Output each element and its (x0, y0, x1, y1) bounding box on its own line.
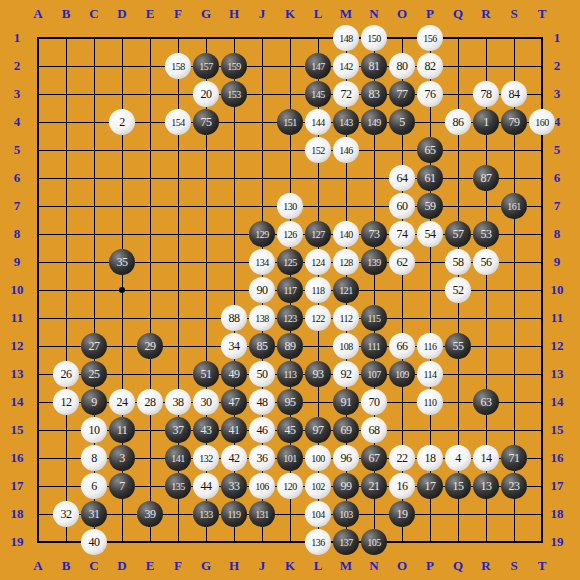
stone-white-116[interactable]: 116 (417, 333, 443, 359)
stone-white-156[interactable]: 156 (417, 25, 443, 51)
stone-black-57[interactable]: 57 (445, 221, 471, 247)
stone-black-117[interactable]: 117 (277, 277, 303, 303)
column-label-bottom: E (136, 558, 164, 574)
stone-white-8[interactable]: 8 (81, 445, 107, 471)
stone-white-34[interactable]: 34 (221, 333, 247, 359)
stone-white-24[interactable]: 24 (109, 389, 135, 415)
stone-black-95[interactable]: 95 (277, 389, 303, 415)
stone-black-85[interactable]: 85 (249, 333, 275, 359)
stone-black-55[interactable]: 55 (445, 333, 471, 359)
stone-white-88[interactable]: 88 (221, 305, 247, 331)
stone-black-71[interactable]: 71 (501, 445, 527, 471)
stone-white-104[interactable]: 104 (305, 501, 331, 527)
stone-white-152[interactable]: 152 (305, 137, 331, 163)
stone-black-19[interactable]: 19 (389, 501, 415, 527)
stone-black-97[interactable]: 97 (305, 417, 331, 443)
stone-white-92[interactable]: 92 (333, 361, 359, 387)
stone-black-99[interactable]: 99 (333, 473, 359, 499)
stone-black-113[interactable]: 113 (277, 361, 303, 387)
row-label-left: 9 (3, 254, 31, 270)
stone-black-119[interactable]: 119 (221, 501, 247, 527)
stone-white-160[interactable]: 160 (529, 109, 555, 135)
row-label-right: 15 (543, 422, 571, 438)
column-label-top: M (332, 6, 360, 22)
row-label-left: 2 (3, 58, 31, 74)
stone-white-16[interactable]: 16 (389, 473, 415, 499)
stone-white-102[interactable]: 102 (305, 473, 331, 499)
column-label-bottom: D (108, 558, 136, 574)
row-label-left: 15 (3, 422, 31, 438)
stone-black-59[interactable]: 59 (417, 193, 443, 219)
stone-black-129[interactable]: 129 (249, 221, 275, 247)
stone-black-15[interactable]: 15 (445, 473, 471, 499)
column-label-bottom: S (500, 558, 528, 574)
stone-black-149[interactable]: 149 (361, 109, 387, 135)
stone-black-139[interactable]: 139 (361, 249, 387, 275)
column-label-top: C (80, 6, 108, 22)
column-label-bottom: M (332, 558, 360, 574)
column-label-bottom: H (220, 558, 248, 574)
stone-black-147[interactable]: 147 (305, 53, 331, 79)
stone-black-109[interactable]: 109 (389, 361, 415, 387)
column-label-bottom: R (472, 558, 500, 574)
column-label-top: A (24, 6, 52, 22)
stone-white-134[interactable]: 134 (249, 249, 275, 275)
stone-white-56[interactable]: 56 (473, 249, 499, 275)
stone-black-123[interactable]: 123 (277, 305, 303, 331)
row-label-left: 12 (3, 338, 31, 354)
stone-white-46[interactable]: 46 (249, 417, 275, 443)
stone-black-145[interactable]: 145 (305, 81, 331, 107)
stone-black-7[interactable]: 7 (109, 473, 135, 499)
stone-white-96[interactable]: 96 (333, 445, 359, 471)
stone-black-151[interactable]: 151 (277, 109, 303, 135)
row-label-left: 3 (3, 86, 31, 102)
row-label-left: 11 (3, 310, 31, 326)
column-label-top: J (248, 6, 276, 22)
column-label-bottom: T (528, 558, 556, 574)
column-label-bottom: F (164, 558, 192, 574)
stone-black-37[interactable]: 37 (165, 417, 191, 443)
row-label-right: 11 (543, 310, 571, 326)
stone-black-107[interactable]: 107 (361, 361, 387, 387)
column-label-top: E (136, 6, 164, 22)
stone-white-74[interactable]: 74 (389, 221, 415, 247)
row-label-right: 2 (543, 58, 571, 74)
stone-white-76[interactable]: 76 (417, 81, 443, 107)
column-label-bottom: L (304, 558, 332, 574)
stone-white-52[interactable]: 52 (445, 277, 471, 303)
stone-white-122[interactable]: 122 (305, 305, 331, 331)
stone-white-20[interactable]: 20 (193, 81, 219, 107)
stone-white-124[interactable]: 124 (305, 249, 331, 275)
row-label-left: 4 (3, 114, 31, 130)
stone-black-45[interactable]: 45 (277, 417, 303, 443)
stone-white-32[interactable]: 32 (53, 501, 79, 527)
column-label-top: B (52, 6, 80, 22)
stone-black-79[interactable]: 79 (501, 109, 527, 135)
stone-black-115[interactable]: 115 (361, 305, 387, 331)
column-label-bottom: J (248, 558, 276, 574)
stone-black-41[interactable]: 41 (221, 417, 247, 443)
row-label-right: 19 (543, 534, 571, 550)
stone-white-90[interactable]: 90 (249, 277, 275, 303)
stone-white-26[interactable]: 26 (53, 361, 79, 387)
row-label-right: 3 (543, 86, 571, 102)
row-label-right: 18 (543, 506, 571, 522)
stone-black-101[interactable]: 101 (277, 445, 303, 471)
row-label-right: 1 (543, 30, 571, 46)
stone-black-25[interactable]: 25 (81, 361, 107, 387)
column-label-bottom: C (80, 558, 108, 574)
stone-black-133[interactable]: 133 (193, 501, 219, 527)
stone-black-81[interactable]: 81 (361, 53, 387, 79)
stone-black-127[interactable]: 127 (305, 221, 331, 247)
stone-white-142[interactable]: 142 (333, 53, 359, 79)
stone-white-128[interactable]: 128 (333, 249, 359, 275)
stone-black-91[interactable]: 91 (333, 389, 359, 415)
column-label-top: T (528, 6, 556, 22)
stone-black-157[interactable]: 157 (193, 53, 219, 79)
stone-black-137[interactable]: 137 (333, 529, 359, 555)
stone-black-11[interactable]: 11 (109, 417, 135, 443)
stone-white-4[interactable]: 4 (445, 445, 471, 471)
stone-black-47[interactable]: 47 (221, 389, 247, 415)
stone-white-38[interactable]: 38 (165, 389, 191, 415)
stone-white-108[interactable]: 108 (333, 333, 359, 359)
row-label-left: 1 (3, 30, 31, 46)
stone-black-61[interactable]: 61 (417, 165, 443, 191)
row-label-left: 18 (3, 506, 31, 522)
column-label-bottom: P (416, 558, 444, 574)
stone-white-54[interactable]: 54 (417, 221, 443, 247)
stone-white-72[interactable]: 72 (333, 81, 359, 107)
row-label-left: 7 (3, 198, 31, 214)
column-label-top: F (164, 6, 192, 22)
column-label-top: H (220, 6, 248, 22)
stone-black-93[interactable]: 93 (305, 361, 331, 387)
stone-black-43[interactable]: 43 (193, 417, 219, 443)
stone-white-106[interactable]: 106 (249, 473, 275, 499)
row-label-left: 13 (3, 366, 31, 382)
stone-white-136[interactable]: 136 (305, 529, 331, 555)
stone-white-118[interactable]: 118 (305, 277, 331, 303)
stone-black-53[interactable]: 53 (473, 221, 499, 247)
stone-black-143[interactable]: 143 (333, 109, 359, 135)
stone-white-36[interactable]: 36 (249, 445, 275, 471)
column-label-bottom: A (24, 558, 52, 574)
stone-white-126[interactable]: 126 (277, 221, 303, 247)
stone-black-153[interactable]: 153 (221, 81, 247, 107)
stone-black-49[interactable]: 49 (221, 361, 247, 387)
stone-black-103[interactable]: 103 (333, 501, 359, 527)
column-label-bottom: G (192, 558, 220, 574)
stone-black-77[interactable]: 77 (389, 81, 415, 107)
stone-black-3[interactable]: 3 (109, 445, 135, 471)
column-label-top: O (388, 6, 416, 22)
column-label-bottom: N (360, 558, 388, 574)
row-label-left: 6 (3, 170, 31, 186)
stone-black-39[interactable]: 39 (137, 501, 163, 527)
row-label-left: 10 (3, 282, 31, 298)
stone-white-66[interactable]: 66 (389, 333, 415, 359)
stone-black-5[interactable]: 5 (389, 109, 415, 135)
stone-black-27[interactable]: 27 (81, 333, 107, 359)
stone-black-75[interactable]: 75 (193, 109, 219, 135)
stone-white-42[interactable]: 42 (221, 445, 247, 471)
stone-black-65[interactable]: 65 (417, 137, 443, 163)
column-label-top: P (416, 6, 444, 22)
column-label-bottom: K (276, 558, 304, 574)
column-label-top: N (360, 6, 388, 22)
stone-white-112[interactable]: 112 (333, 305, 359, 331)
stone-white-22[interactable]: 22 (389, 445, 415, 471)
column-label-top: K (276, 6, 304, 22)
stone-black-29[interactable]: 29 (137, 333, 163, 359)
stone-white-120[interactable]: 120 (277, 473, 303, 499)
stone-black-13[interactable]: 13 (473, 473, 499, 499)
stone-white-28[interactable]: 28 (137, 389, 163, 415)
row-label-left: 17 (3, 478, 31, 494)
stone-white-144[interactable]: 144 (305, 109, 331, 135)
row-label-left: 16 (3, 450, 31, 466)
row-label-right: 5 (543, 142, 571, 158)
column-label-top: R (472, 6, 500, 22)
stone-white-138[interactable]: 138 (249, 305, 275, 331)
stone-black-83[interactable]: 83 (361, 81, 387, 107)
column-label-bottom: B (52, 558, 80, 574)
stone-white-80[interactable]: 80 (389, 53, 415, 79)
stone-white-44[interactable]: 44 (193, 473, 219, 499)
go-board-diagram: AABBCCDDEEFFGGHHJJKKLLMMNNOOPPQQRRSSTT11… (0, 0, 580, 580)
row-label-left: 14 (3, 394, 31, 410)
stone-white-86[interactable]: 86 (445, 109, 471, 135)
stone-white-146[interactable]: 146 (333, 137, 359, 163)
stone-black-63[interactable]: 63 (473, 389, 499, 415)
stone-white-14[interactable]: 14 (473, 445, 499, 471)
row-label-left: 19 (3, 534, 31, 550)
stone-white-10[interactable]: 10 (81, 417, 107, 443)
stone-white-140[interactable]: 140 (333, 221, 359, 247)
star-point (119, 287, 125, 293)
row-label-left: 5 (3, 142, 31, 158)
row-label-right: 9 (543, 254, 571, 270)
stone-white-68[interactable]: 68 (361, 417, 387, 443)
stone-black-141[interactable]: 141 (165, 445, 191, 471)
stone-white-154[interactable]: 154 (165, 109, 191, 135)
stone-black-159[interactable]: 159 (221, 53, 247, 79)
column-label-top: G (192, 6, 220, 22)
stone-white-30[interactable]: 30 (193, 389, 219, 415)
stone-black-87[interactable]: 87 (473, 165, 499, 191)
stone-white-110[interactable]: 110 (417, 389, 443, 415)
stone-black-23[interactable]: 23 (501, 473, 527, 499)
stone-black-17[interactable]: 17 (417, 473, 443, 499)
row-label-right: 12 (543, 338, 571, 354)
row-label-right: 17 (543, 478, 571, 494)
stone-white-150[interactable]: 150 (361, 25, 387, 51)
column-label-bottom: Q (444, 558, 472, 574)
stone-white-78[interactable]: 78 (473, 81, 499, 107)
stone-black-31[interactable]: 31 (81, 501, 107, 527)
row-label-right: 6 (543, 170, 571, 186)
row-label-left: 8 (3, 226, 31, 242)
stone-white-2[interactable]: 2 (109, 109, 135, 135)
stone-white-40[interactable]: 40 (81, 529, 107, 555)
stone-black-135[interactable]: 135 (165, 473, 191, 499)
stone-white-6[interactable]: 6 (81, 473, 107, 499)
stone-white-84[interactable]: 84 (501, 81, 527, 107)
stone-white-70[interactable]: 70 (361, 389, 387, 415)
stone-black-89[interactable]: 89 (277, 333, 303, 359)
row-label-right: 10 (543, 282, 571, 298)
stone-white-58[interactable]: 58 (445, 249, 471, 275)
stone-white-18[interactable]: 18 (417, 445, 443, 471)
stone-black-67[interactable]: 67 (361, 445, 387, 471)
row-label-right: 14 (543, 394, 571, 410)
stone-black-33[interactable]: 33 (221, 473, 247, 499)
stone-white-60[interactable]: 60 (389, 193, 415, 219)
column-label-top: D (108, 6, 136, 22)
stone-white-48[interactable]: 48 (249, 389, 275, 415)
stone-black-51[interactable]: 51 (193, 361, 219, 387)
row-label-right: 13 (543, 366, 571, 382)
column-label-bottom: O (388, 558, 416, 574)
stone-black-9[interactable]: 9 (81, 389, 107, 415)
stone-black-21[interactable]: 21 (361, 473, 387, 499)
stone-white-130[interactable]: 130 (277, 193, 303, 219)
stone-white-82[interactable]: 82 (417, 53, 443, 79)
stone-white-158[interactable]: 158 (165, 53, 191, 79)
stone-black-73[interactable]: 73 (361, 221, 387, 247)
stone-black-121[interactable]: 121 (333, 277, 359, 303)
stone-black-131[interactable]: 131 (249, 501, 275, 527)
stone-white-100[interactable]: 100 (305, 445, 331, 471)
stone-white-50[interactable]: 50 (249, 361, 275, 387)
stone-black-1[interactable]: 1 (473, 109, 499, 135)
stone-black-35[interactable]: 35 (109, 249, 135, 275)
column-label-top: Q (444, 6, 472, 22)
stone-black-105[interactable]: 105 (361, 529, 387, 555)
stone-white-12[interactable]: 12 (53, 389, 79, 415)
row-label-right: 8 (543, 226, 571, 242)
stone-black-125[interactable]: 125 (277, 249, 303, 275)
column-label-top: L (304, 6, 332, 22)
stone-black-69[interactable]: 69 (333, 417, 359, 443)
row-label-right: 7 (543, 198, 571, 214)
stone-white-62[interactable]: 62 (389, 249, 415, 275)
stone-black-111[interactable]: 111 (361, 333, 387, 359)
stone-white-114[interactable]: 114 (417, 361, 443, 387)
stone-white-148[interactable]: 148 (333, 25, 359, 51)
stone-white-64[interactable]: 64 (389, 165, 415, 191)
row-label-right: 16 (543, 450, 571, 466)
stone-white-132[interactable]: 132 (193, 445, 219, 471)
stone-black-161[interactable]: 161 (501, 193, 527, 219)
column-label-top: S (500, 6, 528, 22)
